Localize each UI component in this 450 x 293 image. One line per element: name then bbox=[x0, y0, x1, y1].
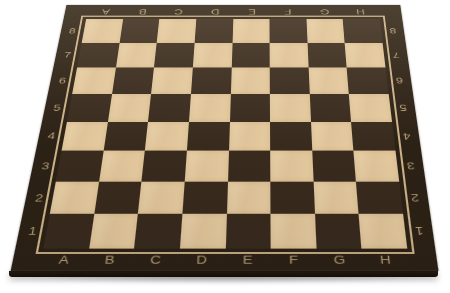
square-d3[interactable] bbox=[185, 151, 229, 182]
square-b5[interactable] bbox=[108, 94, 152, 122]
square-b3[interactable] bbox=[99, 151, 145, 182]
square-a7[interactable] bbox=[77, 43, 119, 68]
square-a3[interactable] bbox=[56, 151, 103, 182]
square-f4[interactable] bbox=[270, 122, 312, 151]
file-label: C bbox=[160, 5, 198, 19]
file-labels-top: ABCDEFGH bbox=[86, 5, 380, 19]
file-label: E bbox=[225, 249, 271, 271]
square-b1[interactable] bbox=[89, 214, 138, 249]
rank-label: 2 bbox=[399, 181, 430, 214]
file-labels-bottom: ABCDEFGH bbox=[39, 249, 410, 271]
photo-background: ABCDEFGH ABCDEFGH 87654321 87654321 bbox=[0, 0, 450, 293]
board-grid bbox=[43, 19, 407, 249]
square-g3[interactable] bbox=[312, 151, 356, 182]
square-c1[interactable] bbox=[134, 214, 182, 249]
square-e2[interactable] bbox=[226, 181, 270, 214]
square-d4[interactable] bbox=[187, 122, 230, 151]
file-label: H bbox=[342, 5, 380, 19]
square-h8[interactable] bbox=[343, 19, 383, 43]
square-c6[interactable] bbox=[151, 68, 192, 94]
square-h7[interactable] bbox=[345, 43, 386, 68]
square-d7[interactable] bbox=[193, 43, 232, 68]
square-c3[interactable] bbox=[142, 151, 187, 182]
square-g2[interactable] bbox=[313, 181, 359, 214]
file-label: B bbox=[85, 249, 134, 271]
square-h2[interactable] bbox=[356, 181, 403, 214]
square-c8[interactable] bbox=[157, 19, 196, 43]
square-a1[interactable] bbox=[43, 214, 94, 249]
square-h5[interactable] bbox=[349, 94, 392, 122]
square-h6[interactable] bbox=[347, 68, 389, 94]
square-f3[interactable] bbox=[270, 151, 313, 182]
square-e6[interactable] bbox=[230, 68, 270, 94]
square-a4[interactable] bbox=[62, 122, 108, 151]
file-label: A bbox=[39, 249, 89, 271]
square-c5[interactable] bbox=[148, 94, 191, 122]
square-g5[interactable] bbox=[310, 94, 352, 122]
rank-label: 4 bbox=[392, 122, 421, 151]
file-label: B bbox=[123, 5, 161, 19]
square-b7[interactable] bbox=[116, 43, 157, 68]
square-e7[interactable] bbox=[231, 43, 270, 68]
square-b2[interactable] bbox=[94, 181, 142, 214]
square-b8[interactable] bbox=[119, 19, 159, 43]
square-f7[interactable] bbox=[270, 43, 309, 68]
square-e8[interactable] bbox=[232, 19, 270, 43]
square-f1[interactable] bbox=[271, 214, 317, 249]
rank-label: 7 bbox=[383, 43, 410, 68]
file-label: G bbox=[316, 249, 363, 271]
file-label: F bbox=[270, 5, 307, 19]
square-g6[interactable] bbox=[308, 68, 349, 94]
square-c2[interactable] bbox=[138, 181, 185, 214]
square-f2[interactable] bbox=[270, 181, 314, 214]
square-e3[interactable] bbox=[228, 151, 271, 182]
file-label: D bbox=[178, 249, 225, 271]
square-d1[interactable] bbox=[180, 214, 227, 249]
square-d8[interactable] bbox=[195, 19, 233, 43]
square-g1[interactable] bbox=[315, 214, 362, 249]
square-a6[interactable] bbox=[72, 68, 115, 94]
square-c4[interactable] bbox=[145, 122, 189, 151]
rank-label: 5 bbox=[389, 94, 417, 122]
square-a2[interactable] bbox=[50, 181, 99, 214]
rank-label: 1 bbox=[403, 214, 435, 249]
file-label: E bbox=[233, 5, 270, 19]
rank-label: 3 bbox=[396, 151, 426, 182]
square-e4[interactable] bbox=[229, 122, 271, 151]
square-f6[interactable] bbox=[270, 68, 310, 94]
square-g8[interactable] bbox=[306, 19, 345, 43]
square-b6[interactable] bbox=[112, 68, 154, 94]
square-a5[interactable] bbox=[67, 94, 112, 122]
chessboard: ABCDEFGH ABCDEFGH 87654321 87654321 bbox=[11, 5, 439, 271]
file-label: D bbox=[196, 5, 233, 19]
square-h1[interactable] bbox=[359, 214, 407, 249]
square-d2[interactable] bbox=[182, 181, 227, 214]
rank-label: 6 bbox=[386, 68, 413, 94]
board-side-edge bbox=[9, 271, 438, 277]
file-label: C bbox=[132, 249, 180, 271]
square-d5[interactable] bbox=[189, 94, 231, 122]
square-h4[interactable] bbox=[351, 122, 395, 151]
square-e5[interactable] bbox=[230, 94, 271, 122]
square-g4[interactable] bbox=[311, 122, 354, 151]
square-e1[interactable] bbox=[225, 214, 270, 249]
square-f8[interactable] bbox=[270, 19, 308, 43]
square-c7[interactable] bbox=[154, 43, 194, 68]
rank-label: 8 bbox=[380, 19, 406, 43]
file-label: A bbox=[86, 5, 125, 19]
square-d6[interactable] bbox=[191, 68, 231, 94]
square-a8[interactable] bbox=[82, 19, 123, 43]
square-h3[interactable] bbox=[354, 151, 399, 182]
square-b4[interactable] bbox=[103, 122, 148, 151]
file-label: H bbox=[362, 249, 410, 271]
square-g7[interactable] bbox=[307, 43, 347, 68]
file-label: F bbox=[271, 249, 317, 271]
square-f5[interactable] bbox=[270, 94, 311, 122]
file-label: G bbox=[306, 5, 343, 19]
